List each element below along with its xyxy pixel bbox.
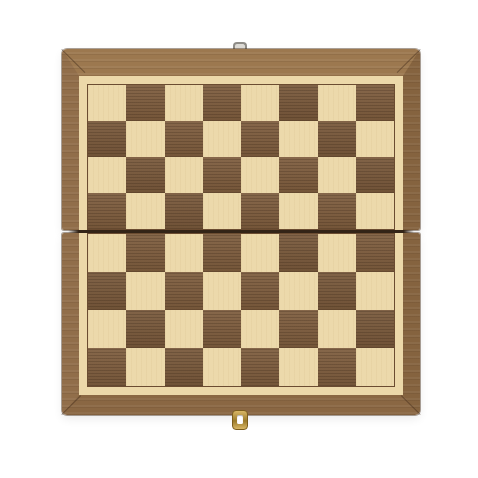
board-square (279, 310, 317, 348)
board-square (241, 348, 279, 386)
board-square (241, 272, 279, 310)
fold-seam (68, 230, 414, 233)
board-half-bottom (62, 233, 420, 415)
maple-margin-top (79, 76, 403, 230)
clasp-buckle-hole (237, 415, 243, 424)
board-square (279, 157, 317, 193)
board-square (318, 121, 356, 157)
board-square (318, 157, 356, 193)
board-square (88, 121, 126, 157)
board-square (165, 121, 203, 157)
board-square (88, 348, 126, 386)
board-square (203, 121, 241, 157)
board-square (203, 272, 241, 310)
board-square (279, 348, 317, 386)
board-square (126, 121, 164, 157)
board-square (88, 193, 126, 229)
board-square (165, 272, 203, 310)
board-square (126, 348, 164, 386)
board-square (318, 310, 356, 348)
board-square (241, 310, 279, 348)
board-square (88, 157, 126, 193)
board-square (126, 193, 164, 229)
board-square (279, 234, 317, 272)
board-square (126, 234, 164, 272)
board-square (356, 157, 394, 193)
board-square (126, 85, 164, 121)
board-square (356, 348, 394, 386)
board-square (356, 272, 394, 310)
board-square (165, 310, 203, 348)
board-square (318, 234, 356, 272)
board-square (241, 234, 279, 272)
brass-clasp-icon (232, 410, 248, 430)
board-square (126, 157, 164, 193)
product-photo-canvas (0, 0, 478, 478)
chessboard-ranks-8-to-5 (87, 84, 395, 230)
board-square (165, 348, 203, 386)
board-square (356, 310, 394, 348)
board-square (165, 85, 203, 121)
board-square (165, 193, 203, 229)
board-square (88, 234, 126, 272)
board-square (88, 272, 126, 310)
board-square (203, 310, 241, 348)
board-square (318, 272, 356, 310)
board-square (126, 310, 164, 348)
board-square (203, 157, 241, 193)
board-half-top (62, 49, 420, 230)
board-square (279, 85, 317, 121)
board-square (165, 234, 203, 272)
chessboard-ranks-4-to-1 (87, 233, 395, 387)
board-square (88, 85, 126, 121)
board-square (203, 85, 241, 121)
board-square (241, 121, 279, 157)
board-square (318, 348, 356, 386)
board-square (88, 310, 126, 348)
board-square (126, 272, 164, 310)
board-square (279, 121, 317, 157)
board-square (356, 234, 394, 272)
board-square (356, 193, 394, 229)
folding-chess-board (62, 49, 420, 415)
board-square (203, 348, 241, 386)
board-square (356, 121, 394, 157)
board-square (318, 85, 356, 121)
board-square (203, 193, 241, 229)
board-square (356, 85, 394, 121)
board-square (279, 272, 317, 310)
board-square (241, 157, 279, 193)
board-square (241, 193, 279, 229)
board-square (241, 85, 279, 121)
board-square (165, 157, 203, 193)
board-square (279, 193, 317, 229)
board-square (318, 193, 356, 229)
board-square (203, 234, 241, 272)
maple-margin-bottom (79, 233, 403, 395)
